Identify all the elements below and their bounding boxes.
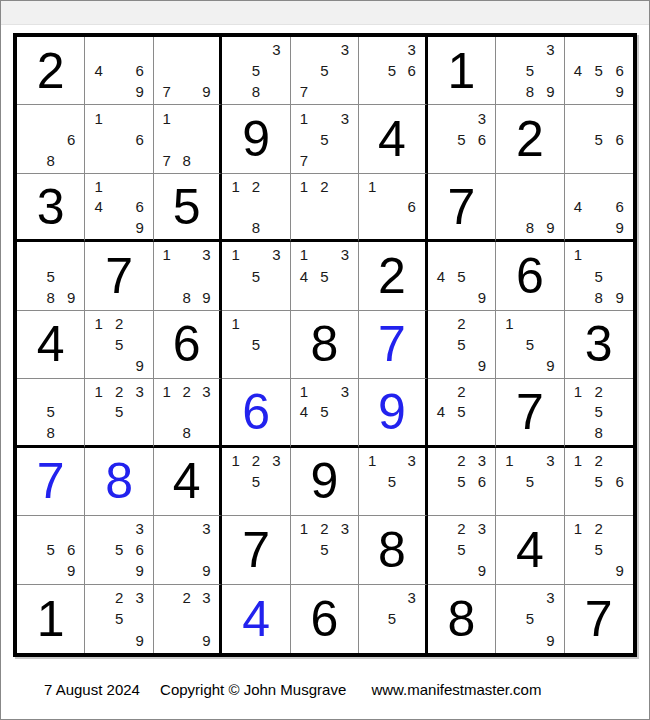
pencil-marks: 1589: [565, 242, 633, 309]
solved-digit: 8: [359, 516, 424, 583]
pencil-mark-5: 5: [520, 334, 540, 355]
cell-r8c1[interactable]: 569: [17, 516, 85, 584]
solved-digit: 7: [496, 379, 563, 444]
cell-r7c8[interactable]: 135: [496, 448, 564, 516]
pencil-mark-2: 2: [588, 381, 609, 401]
pencil-mark-6: 6: [61, 129, 81, 150]
pencil-mark-8: 8: [588, 287, 609, 308]
pencil-mark-5: 5: [451, 334, 471, 355]
pencil-mark-4: 4: [431, 265, 451, 286]
pencil-mark-1: 1: [362, 176, 382, 196]
cell-r7c7[interactable]: 2356: [428, 448, 496, 516]
cell-r6c5[interactable]: 1345: [291, 379, 359, 447]
pencil-mark-6: 6: [402, 60, 422, 81]
pencil-mark-1: 1: [499, 313, 519, 334]
pencil-mark-5: 5: [109, 608, 129, 629]
pencil-mark-3: 3: [266, 450, 286, 471]
pencil-mark-1: 1: [568, 450, 589, 471]
pencil-mark-9: 9: [472, 560, 492, 581]
pencil-mark-5: 5: [588, 60, 609, 81]
pencil-mark-7: 7: [294, 81, 314, 102]
pencil-mark-4: 4: [431, 402, 451, 422]
pencil-mark-9: 9: [197, 287, 217, 308]
pencil-mark-4: 4: [568, 60, 589, 81]
solved-digit: 4: [496, 516, 563, 583]
cell-r1c7[interactable]: 1: [428, 37, 496, 105]
cell-r7c6[interactable]: 135: [359, 448, 427, 516]
cell-r2c8[interactable]: 2: [496, 105, 564, 173]
cell-r2c7[interactable]: 356: [428, 105, 496, 173]
pencil-marks: 358: [222, 37, 289, 104]
pencil-mark-3: 3: [197, 587, 217, 608]
pencil-mark-2: 2: [451, 381, 471, 401]
cell-r1c6[interactable]: 356: [359, 37, 427, 105]
pencil-mark-8: 8: [246, 217, 266, 237]
pencil-mark-4: 4: [568, 196, 589, 216]
cell-r7c1[interactable]: 7: [17, 448, 85, 516]
pencil-mark-5: 5: [40, 539, 60, 560]
solved-digit-blue: 7: [17, 448, 84, 515]
pencil-mark-1: 1: [568, 518, 589, 539]
pencil-mark-1: 1: [294, 381, 314, 401]
pencil-marks: 239: [154, 585, 219, 653]
pencil-mark-8: 8: [520, 217, 540, 237]
cell-r9c4[interactable]: 4: [222, 585, 290, 653]
cell-r7c5[interactable]: 9: [291, 448, 359, 516]
pencil-mark-3: 3: [197, 518, 217, 539]
pencil-mark-9: 9: [129, 217, 149, 237]
pencil-marks: 1238: [154, 379, 219, 444]
pencil-mark-5: 5: [588, 129, 609, 150]
pencil-mark-5: 5: [588, 402, 609, 422]
cell-r4c8[interactable]: 6: [496, 242, 564, 310]
pencil-mark-2: 2: [246, 176, 266, 196]
solved-digit-blue: 7: [359, 311, 424, 378]
pencil-mark-5: 5: [588, 539, 609, 560]
sudoku-board: 2469793583573561358945696816178913574356…: [13, 33, 637, 657]
pencil-mark-5: 5: [451, 402, 471, 422]
pencil-mark-3: 3: [266, 39, 286, 60]
pencil-mark-9: 9: [129, 560, 149, 581]
pencil-mark-5: 5: [451, 539, 471, 560]
cell-r2c1[interactable]: 68: [17, 105, 85, 173]
pencil-mark-1: 1: [225, 313, 245, 334]
pencil-marks: 1345: [291, 379, 358, 444]
cell-r8c5[interactable]: 1235: [291, 516, 359, 584]
cell-r4c5[interactable]: 1345: [291, 242, 359, 310]
pencil-marks: 356: [428, 105, 495, 172]
solved-digit: 7: [85, 242, 152, 309]
cell-r6c8[interactable]: 7: [496, 379, 564, 447]
solved-digit: 4: [359, 105, 424, 172]
pencil-mark-5: 5: [246, 60, 266, 81]
cell-r6c6[interactable]: 9: [359, 379, 427, 447]
pencil-mark-1: 1: [294, 244, 314, 265]
pencil-mark-3: 3: [335, 107, 355, 128]
pencil-mark-9: 9: [609, 217, 630, 237]
pencil-mark-4: 4: [294, 265, 314, 286]
pencil-marks: 178: [154, 105, 219, 172]
cell-r5c1[interactable]: 4: [17, 311, 85, 379]
pencil-mark-1: 1: [568, 244, 589, 265]
pencil-marks: 569: [17, 516, 84, 583]
pencil-mark-5: 5: [246, 334, 266, 355]
pencil-marks: 135: [496, 448, 563, 515]
cell-r6c1[interactable]: 58: [17, 379, 85, 447]
solved-digit: 6: [291, 585, 358, 653]
pencil-mark-5: 5: [451, 129, 471, 150]
pencil-mark-9: 9: [197, 81, 217, 102]
cell-r8c8[interactable]: 4: [496, 516, 564, 584]
cell-r9c8[interactable]: 359: [496, 585, 564, 653]
solved-digit: 1: [428, 37, 495, 104]
pencil-marks: 1469: [85, 174, 152, 239]
pencil-mark-2: 2: [451, 450, 471, 471]
pencil-mark-3: 3: [540, 39, 560, 60]
pencil-mark-6: 6: [472, 129, 492, 150]
pencil-marks: 459: [428, 242, 495, 309]
pencil-mark-9: 9: [540, 355, 560, 376]
pencil-marks: 245: [428, 379, 495, 444]
cell-r4c7[interactable]: 459: [428, 242, 496, 310]
cell-r1c1[interactable]: 2: [17, 37, 85, 105]
cell-r1c5[interactable]: 357: [291, 37, 359, 105]
cell-r3c3[interactable]: 5: [154, 174, 222, 242]
pencil-mark-3: 3: [266, 244, 286, 265]
cell-r3c9[interactable]: 469: [565, 174, 633, 242]
pencil-mark-5: 5: [40, 402, 60, 422]
sudoku-page: 2469793583573561358945696816178913574356…: [0, 0, 650, 720]
footer-date: 7 August 2024: [44, 681, 140, 698]
pencil-mark-5: 5: [314, 129, 334, 150]
pencil-marks: 357: [291, 37, 358, 104]
pencil-mark-3: 3: [197, 244, 217, 265]
cell-r9c2[interactable]: 2359: [85, 585, 153, 653]
cell-r9c7[interactable]: 8: [428, 585, 496, 653]
cell-r5c6[interactable]: 7: [359, 311, 427, 379]
pencil-mark-1: 1: [88, 176, 108, 196]
pencil-marks: 3589: [496, 37, 563, 104]
pencil-mark-5: 5: [40, 265, 60, 286]
pencil-mark-1: 1: [225, 244, 245, 265]
cell-r2c4[interactable]: 9: [222, 105, 290, 173]
pencil-mark-9: 9: [61, 560, 81, 581]
solved-digit: 2: [359, 242, 424, 309]
cell-r8c4[interactable]: 7: [222, 516, 290, 584]
pencil-marks: 1357: [291, 105, 358, 172]
cell-r5c7[interactable]: 259: [428, 311, 496, 379]
pencil-marks: 2359: [85, 585, 152, 653]
pencil-mark-2: 2: [109, 313, 129, 334]
pencil-mark-5: 5: [451, 265, 471, 286]
pencil-mark-6: 6: [472, 471, 492, 492]
pencil-marks: 3569: [85, 516, 152, 583]
pencil-mark-6: 6: [402, 196, 422, 216]
pencil-mark-3: 3: [335, 518, 355, 539]
pencil-mark-5: 5: [109, 334, 129, 355]
pencil-mark-2: 2: [109, 587, 129, 608]
pencil-mark-8: 8: [177, 422, 197, 442]
pencil-marks: 39: [154, 516, 219, 583]
pencil-mark-9: 9: [540, 81, 560, 102]
pencil-marks: 58: [17, 379, 84, 444]
pencil-marks: 359: [496, 585, 563, 653]
cell-r1c4[interactable]: 358: [222, 37, 290, 105]
pencil-mark-1: 1: [294, 518, 314, 539]
solved-digit: 8: [291, 311, 358, 378]
pencil-mark-6: 6: [129, 129, 149, 150]
pencil-mark-2: 2: [246, 450, 266, 471]
cell-r4c1[interactable]: 589: [17, 242, 85, 310]
cell-r9c1[interactable]: 1: [17, 585, 85, 653]
pencil-marks: 356: [359, 37, 424, 104]
solved-digit: 5: [154, 174, 219, 239]
pencil-mark-9: 9: [197, 630, 217, 651]
cell-r6c2[interactable]: 1235: [85, 379, 153, 447]
cell-r2c9[interactable]: 56: [565, 105, 633, 173]
cell-r4c3[interactable]: 1389: [154, 242, 222, 310]
pencil-marks: 135: [222, 242, 289, 309]
cell-r4c6[interactable]: 2: [359, 242, 427, 310]
cell-r5c3[interactable]: 6: [154, 311, 222, 379]
pencil-mark-6: 6: [609, 471, 630, 492]
cell-r3c5[interactable]: 12: [291, 174, 359, 242]
cell-r1c9[interactable]: 4569: [565, 37, 633, 105]
pencil-mark-7: 7: [157, 81, 177, 102]
pencil-mark-9: 9: [540, 217, 560, 237]
pencil-marks: 1259: [85, 311, 152, 378]
pencil-mark-9: 9: [609, 560, 630, 581]
pencil-marks: 1258: [565, 379, 633, 444]
pencil-mark-3: 3: [335, 381, 355, 401]
pencil-mark-5: 5: [246, 265, 266, 286]
pencil-marks: 1235: [291, 516, 358, 583]
pencil-marks: 128: [222, 174, 289, 239]
cell-r2c6[interactable]: 4: [359, 105, 427, 173]
pencil-mark-3: 3: [472, 518, 492, 539]
cell-r8c6[interactable]: 8: [359, 516, 427, 584]
cell-r7c3[interactable]: 4: [154, 448, 222, 516]
solved-digit: 1: [17, 585, 84, 653]
pencil-mark-2: 2: [588, 518, 609, 539]
cell-r5c2[interactable]: 1259: [85, 311, 153, 379]
cell-r5c5[interactable]: 8: [291, 311, 359, 379]
cell-r7c2[interactable]: 8: [85, 448, 153, 516]
pencil-mark-5: 5: [382, 60, 402, 81]
pencil-mark-1: 1: [499, 450, 519, 471]
pencil-mark-5: 5: [588, 265, 609, 286]
pencil-mark-1: 1: [294, 107, 314, 128]
cell-r8c3[interactable]: 39: [154, 516, 222, 584]
cell-r3c8[interactable]: 89: [496, 174, 564, 242]
cell-r9c3[interactable]: 239: [154, 585, 222, 653]
cell-r7c4[interactable]: 1235: [222, 448, 290, 516]
pencil-marks: 1256: [565, 448, 633, 515]
cell-r6c7[interactable]: 245: [428, 379, 496, 447]
pencil-mark-5: 5: [520, 60, 540, 81]
cell-r6c4[interactable]: 6: [222, 379, 290, 447]
pencil-mark-9: 9: [609, 287, 630, 308]
pencil-mark-5: 5: [314, 402, 334, 422]
cell-r6c9[interactable]: 1258: [565, 379, 633, 447]
pencil-mark-8: 8: [40, 150, 60, 171]
pencil-mark-1: 1: [88, 381, 108, 401]
pencil-mark-3: 3: [540, 450, 560, 471]
cell-r2c5[interactable]: 1357: [291, 105, 359, 173]
pencil-mark-6: 6: [129, 60, 149, 81]
pencil-mark-2: 2: [451, 313, 471, 334]
pencil-mark-3: 3: [335, 244, 355, 265]
cell-r8c7[interactable]: 2359: [428, 516, 496, 584]
pencil-mark-1: 1: [157, 244, 177, 265]
cell-r9c9[interactable]: 7: [565, 585, 633, 653]
pencil-mark-8: 8: [520, 81, 540, 102]
pencil-mark-3: 3: [402, 450, 422, 471]
cell-r5c8[interactable]: 159: [496, 311, 564, 379]
pencil-mark-5: 5: [382, 608, 402, 629]
pencil-mark-6: 6: [61, 539, 81, 560]
pencil-mark-8: 8: [177, 287, 197, 308]
pencil-mark-2: 2: [177, 587, 197, 608]
pencil-mark-1: 1: [88, 313, 108, 334]
pencil-marks: 68: [17, 105, 84, 172]
cell-r9c6[interactable]: 35: [359, 585, 427, 653]
solved-digit: 9: [222, 105, 289, 172]
pencil-mark-8: 8: [588, 422, 609, 442]
pencil-mark-3: 3: [197, 381, 217, 401]
cell-r3c1[interactable]: 3: [17, 174, 85, 242]
solved-digit-blue: 4: [222, 585, 289, 653]
pencil-mark-7: 7: [157, 150, 177, 171]
pencil-mark-2: 2: [109, 381, 129, 401]
cell-r1c8[interactable]: 3589: [496, 37, 564, 105]
pencil-mark-5: 5: [109, 539, 129, 560]
pencil-mark-1: 1: [157, 381, 177, 401]
cell-r3c4[interactable]: 128: [222, 174, 290, 242]
pencil-mark-3: 3: [472, 107, 492, 128]
cell-r6c3[interactable]: 1238: [154, 379, 222, 447]
pencil-mark-2: 2: [177, 381, 197, 401]
pencil-mark-3: 3: [402, 39, 422, 60]
pencil-mark-3: 3: [540, 587, 560, 608]
pencil-mark-9: 9: [129, 81, 149, 102]
pencil-mark-2: 2: [314, 518, 334, 539]
pencil-mark-3: 3: [402, 587, 422, 608]
pencil-mark-2: 2: [451, 518, 471, 539]
pencil-mark-6: 6: [609, 129, 630, 150]
window-top-bar: [1, 1, 649, 25]
pencil-mark-8: 8: [40, 422, 60, 442]
pencil-mark-3: 3: [472, 450, 492, 471]
pencil-marks: 15: [222, 311, 289, 378]
solved-digit: 4: [17, 311, 84, 378]
pencil-marks: 56: [565, 105, 633, 172]
pencil-mark-5: 5: [246, 471, 266, 492]
pencil-mark-5: 5: [588, 471, 609, 492]
footer-website[interactable]: www.manifestmaster.com: [371, 681, 541, 698]
pencil-mark-2: 2: [588, 450, 609, 471]
solved-digit: 3: [17, 174, 84, 239]
solved-digit: 8: [428, 585, 495, 653]
cell-r4c4[interactable]: 135: [222, 242, 290, 310]
cell-r1c3[interactable]: 79: [154, 37, 222, 105]
pencil-marks: 2356: [428, 448, 495, 515]
pencil-mark-8: 8: [40, 287, 60, 308]
pencil-marks: 589: [17, 242, 84, 309]
pencil-mark-6: 6: [129, 196, 149, 216]
solved-digit: 2: [17, 37, 84, 104]
pencil-mark-9: 9: [61, 287, 81, 308]
pencil-mark-9: 9: [129, 630, 149, 651]
solved-digit: 9: [291, 448, 358, 515]
solved-digit-blue: 9: [359, 379, 424, 444]
pencil-marks: 469: [565, 174, 633, 239]
cell-r3c6[interactable]: 16: [359, 174, 427, 242]
cell-r3c2[interactable]: 1469: [85, 174, 153, 242]
pencil-mark-9: 9: [129, 355, 149, 376]
pencil-marks: 1259: [565, 516, 633, 583]
pencil-mark-8: 8: [177, 150, 197, 171]
solved-digit: 4: [154, 448, 219, 515]
cell-r3c7[interactable]: 7: [428, 174, 496, 242]
cell-r7c9[interactable]: 1256: [565, 448, 633, 516]
pencil-mark-2: 2: [314, 176, 334, 196]
pencil-mark-5: 5: [451, 471, 471, 492]
cell-r4c9[interactable]: 1589: [565, 242, 633, 310]
pencil-mark-1: 1: [88, 107, 108, 128]
cell-r4c2[interactable]: 7: [85, 242, 153, 310]
pencil-mark-6: 6: [129, 539, 149, 560]
cell-r5c9[interactable]: 3: [565, 311, 633, 379]
cell-r9c5[interactable]: 6: [291, 585, 359, 653]
pencil-marks: 89: [496, 174, 563, 239]
pencil-mark-1: 1: [568, 381, 589, 401]
pencil-mark-5: 5: [314, 60, 334, 81]
pencil-mark-7: 7: [294, 150, 314, 171]
cell-r1c2[interactable]: 469: [85, 37, 153, 105]
pencil-mark-6: 6: [609, 196, 630, 216]
solved-digit: 7: [428, 174, 495, 239]
cell-r5c4[interactable]: 15: [222, 311, 290, 379]
pencil-mark-3: 3: [129, 518, 149, 539]
pencil-marks: 16: [359, 174, 424, 239]
pencil-mark-3: 3: [129, 381, 149, 401]
pencil-marks: 79: [154, 37, 219, 104]
pencil-marks: 12: [291, 174, 358, 239]
pencil-mark-5: 5: [314, 265, 334, 286]
cell-r8c2[interactable]: 3569: [85, 516, 153, 584]
pencil-marks: 35: [359, 585, 424, 653]
pencil-mark-8: 8: [246, 81, 266, 102]
cell-r2c3[interactable]: 178: [154, 105, 222, 173]
pencil-mark-9: 9: [472, 287, 492, 308]
cell-r8c9[interactable]: 1259: [565, 516, 633, 584]
pencil-mark-1: 1: [157, 107, 177, 128]
pencil-mark-5: 5: [382, 471, 402, 492]
pencil-mark-4: 4: [88, 196, 108, 216]
pencil-marks: 1389: [154, 242, 219, 309]
solved-digit: 6: [496, 242, 563, 309]
pencil-mark-4: 4: [294, 402, 314, 422]
pencil-mark-5: 5: [520, 608, 540, 629]
pencil-marks: 469: [85, 37, 152, 104]
pencil-marks: 159: [496, 311, 563, 378]
cell-r2c2[interactable]: 16: [85, 105, 153, 173]
solved-digit: 7: [222, 516, 289, 583]
pencil-mark-3: 3: [335, 39, 355, 60]
pencil-mark-1: 1: [225, 176, 245, 196]
solved-digit: 3: [565, 311, 633, 378]
